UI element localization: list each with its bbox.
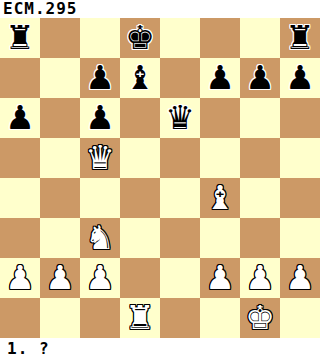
square-b7[interactable] xyxy=(40,58,80,98)
square-h2[interactable]: ♟ xyxy=(280,258,320,298)
square-g8[interactable] xyxy=(240,18,280,58)
piece-white-pawn: ♟ xyxy=(40,258,80,298)
square-g5[interactable] xyxy=(240,138,280,178)
square-h5[interactable] xyxy=(280,138,320,178)
piece-black-rook: ♜ xyxy=(0,18,40,58)
square-c5[interactable]: ♛ xyxy=(80,138,120,178)
piece-white-bishop: ♝ xyxy=(200,178,240,218)
square-b6[interactable] xyxy=(40,98,80,138)
square-h1[interactable] xyxy=(280,298,320,338)
square-d5[interactable] xyxy=(120,138,160,178)
piece-black-pawn: ♟ xyxy=(0,98,40,138)
square-d7[interactable]: ♝ xyxy=(120,58,160,98)
piece-black-bishop: ♝ xyxy=(120,58,160,98)
piece-black-king: ♚ xyxy=(120,18,160,58)
piece-white-rook: ♜ xyxy=(120,298,160,338)
square-d1[interactable]: ♜ xyxy=(120,298,160,338)
square-a1[interactable] xyxy=(0,298,40,338)
piece-white-queen: ♛ xyxy=(80,138,120,178)
square-a6[interactable]: ♟ xyxy=(0,98,40,138)
square-g3[interactable] xyxy=(240,218,280,258)
square-a3[interactable] xyxy=(0,218,40,258)
square-h3[interactable] xyxy=(280,218,320,258)
piece-black-pawn: ♟ xyxy=(200,58,240,98)
square-a4[interactable] xyxy=(0,178,40,218)
square-c3[interactable]: ♞ xyxy=(80,218,120,258)
square-d4[interactable] xyxy=(120,178,160,218)
square-f6[interactable] xyxy=(200,98,240,138)
piece-white-pawn: ♟ xyxy=(80,258,120,298)
square-e6[interactable]: ♛ xyxy=(160,98,200,138)
square-c7[interactable]: ♟ xyxy=(80,58,120,98)
piece-white-pawn: ♟ xyxy=(280,258,320,298)
square-b4[interactable] xyxy=(40,178,80,218)
piece-black-pawn: ♟ xyxy=(80,58,120,98)
puzzle-title: ECM.295 xyxy=(0,0,320,18)
piece-white-knight: ♞ xyxy=(80,218,120,258)
square-b2[interactable]: ♟ xyxy=(40,258,80,298)
square-g6[interactable] xyxy=(240,98,280,138)
square-h4[interactable] xyxy=(280,178,320,218)
piece-black-pawn: ♟ xyxy=(240,58,280,98)
chess-diagram-window: ECM.295 ♜♚♜♟♝♟♟♟♟♟♛♛♝♞♟♟♟♟♟♟♜♚ 1. ? xyxy=(0,0,320,360)
square-f4[interactable]: ♝ xyxy=(200,178,240,218)
square-c6[interactable]: ♟ xyxy=(80,98,120,138)
square-c1[interactable] xyxy=(80,298,120,338)
square-g2[interactable]: ♟ xyxy=(240,258,280,298)
square-f7[interactable]: ♟ xyxy=(200,58,240,98)
square-e2[interactable] xyxy=(160,258,200,298)
square-b5[interactable] xyxy=(40,138,80,178)
square-f1[interactable] xyxy=(200,298,240,338)
piece-black-pawn: ♟ xyxy=(80,98,120,138)
square-d6[interactable] xyxy=(120,98,160,138)
square-h8[interactable]: ♜ xyxy=(280,18,320,58)
square-b3[interactable] xyxy=(40,218,80,258)
square-g4[interactable] xyxy=(240,178,280,218)
square-h6[interactable] xyxy=(280,98,320,138)
square-h7[interactable]: ♟ xyxy=(280,58,320,98)
square-g1[interactable]: ♚ xyxy=(240,298,280,338)
square-e7[interactable] xyxy=(160,58,200,98)
square-d8[interactable]: ♚ xyxy=(120,18,160,58)
chess-board: ♜♚♜♟♝♟♟♟♟♟♛♛♝♞♟♟♟♟♟♟♜♚ xyxy=(0,18,320,338)
square-g7[interactable]: ♟ xyxy=(240,58,280,98)
square-a5[interactable] xyxy=(0,138,40,178)
square-c8[interactable] xyxy=(80,18,120,58)
square-c2[interactable]: ♟ xyxy=(80,258,120,298)
square-f2[interactable]: ♟ xyxy=(200,258,240,298)
square-e8[interactable] xyxy=(160,18,200,58)
piece-black-queen: ♛ xyxy=(160,98,200,138)
square-d3[interactable] xyxy=(120,218,160,258)
piece-white-king: ♚ xyxy=(240,298,280,338)
square-e4[interactable] xyxy=(160,178,200,218)
piece-white-pawn: ♟ xyxy=(0,258,40,298)
square-b1[interactable] xyxy=(40,298,80,338)
square-a7[interactable] xyxy=(0,58,40,98)
square-a2[interactable]: ♟ xyxy=(0,258,40,298)
square-f8[interactable] xyxy=(200,18,240,58)
square-b8[interactable] xyxy=(40,18,80,58)
square-e3[interactable] xyxy=(160,218,200,258)
move-prompt: 1. ? xyxy=(0,338,320,360)
piece-black-pawn: ♟ xyxy=(280,58,320,98)
square-e1[interactable] xyxy=(160,298,200,338)
piece-white-pawn: ♟ xyxy=(240,258,280,298)
square-f5[interactable] xyxy=(200,138,240,178)
square-e5[interactable] xyxy=(160,138,200,178)
piece-white-pawn: ♟ xyxy=(200,258,240,298)
square-a8[interactable]: ♜ xyxy=(0,18,40,58)
square-d2[interactable] xyxy=(120,258,160,298)
piece-black-rook: ♜ xyxy=(280,18,320,58)
square-f3[interactable] xyxy=(200,218,240,258)
square-c4[interactable] xyxy=(80,178,120,218)
